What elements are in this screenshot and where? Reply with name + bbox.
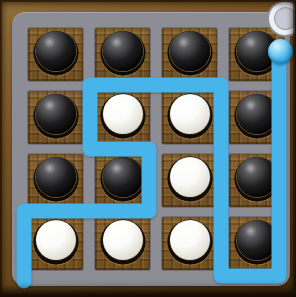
cell-r4c3 [162, 217, 217, 270]
cell-r4c4 [229, 217, 284, 270]
black-marble [103, 157, 143, 197]
white-marble [170, 94, 210, 134]
cell-r1c3 [162, 28, 217, 81]
cell-r3c4 [229, 154, 284, 207]
board-grid [28, 28, 284, 270]
cell-r3c3 [162, 154, 217, 207]
black-marble [237, 220, 277, 260]
cell-r2c3 [162, 91, 217, 144]
cell-r2c1 [28, 91, 83, 144]
black-marble [36, 157, 76, 197]
cell-r4c2 [95, 217, 150, 270]
cell-r2c4 [229, 91, 284, 144]
path-cursor-ball[interactable] [268, 39, 293, 64]
path-start-ring-marker [269, 2, 296, 35]
white-marble [103, 220, 143, 260]
cell-r1c1 [28, 28, 83, 81]
cell-r2c2 [95, 91, 150, 144]
cell-r3c1 [28, 154, 83, 207]
black-marble [170, 31, 210, 71]
puzzle-board [0, 0, 295, 297]
white-marble [170, 157, 210, 197]
black-marble [237, 94, 277, 134]
cell-r3c2 [95, 154, 150, 207]
black-marble [36, 31, 76, 71]
black-marble [237, 157, 277, 197]
cell-r1c2 [95, 28, 150, 81]
black-marble [103, 31, 143, 71]
white-marble [36, 220, 76, 260]
white-marble [170, 220, 210, 260]
cell-r4c1 [28, 217, 83, 270]
black-marble [36, 94, 76, 134]
white-marble [103, 94, 143, 134]
